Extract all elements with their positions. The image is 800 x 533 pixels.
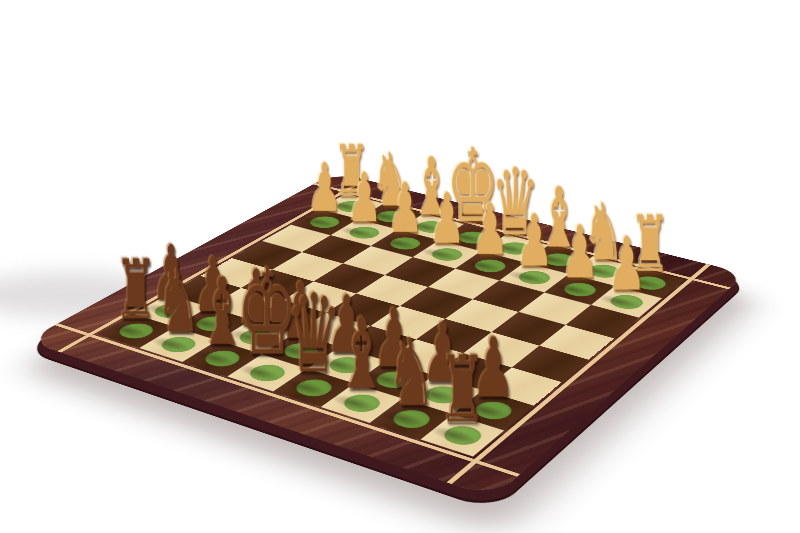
black-rook-a8: ♜ <box>408 343 518 435</box>
chessboard: ♜♞♝♚♛♝♞♜♟♟♟♟♟♟♟♟♟♟♟♟♟♟♟♟♜♞♝♚♛♝♞♜ <box>26 172 746 498</box>
chess-set-photo: ♜♞♝♚♛♝♞♜♟♟♟♟♟♟♟♟♟♟♟♟♟♟♟♟♜♞♝♚♛♝♞♜ <box>0 0 800 533</box>
